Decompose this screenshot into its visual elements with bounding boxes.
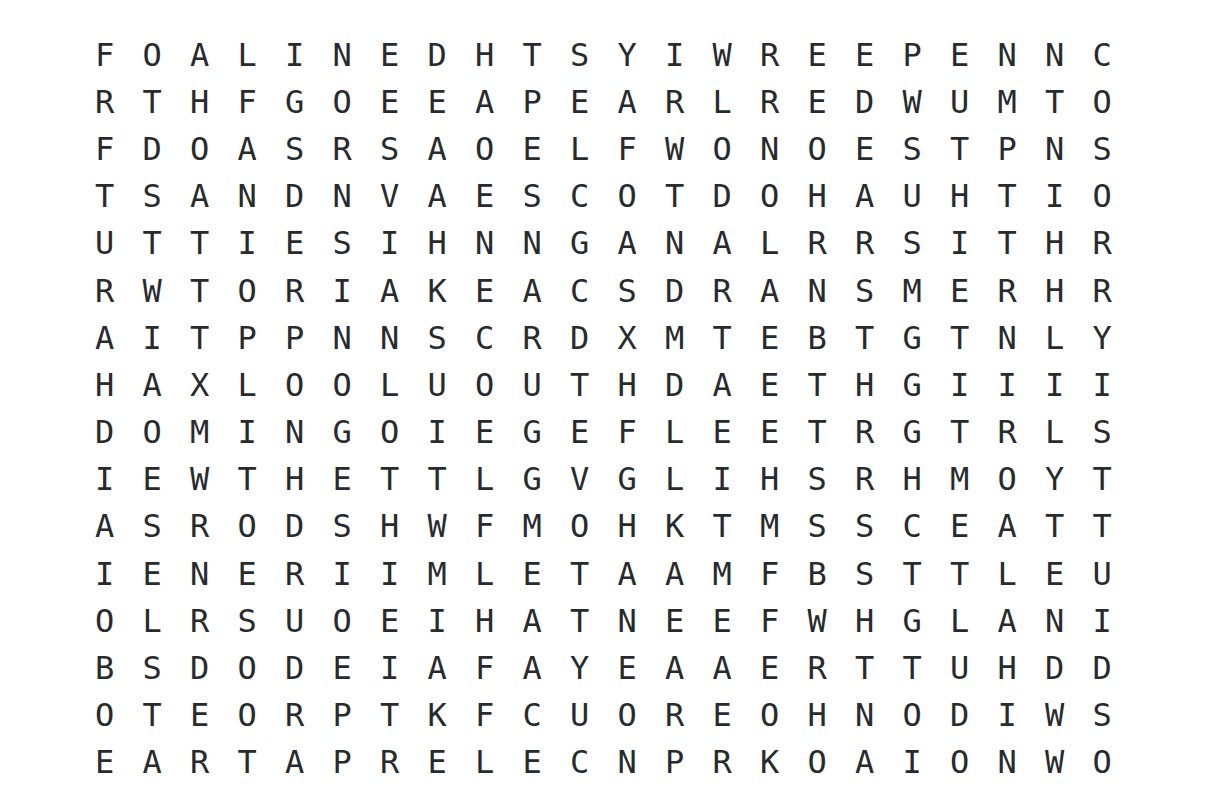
grid-cell[interactable]: N [319,314,367,361]
grid-cell[interactable]: S [129,644,177,691]
grid-cell[interactable]: I [699,456,747,503]
grid-cell[interactable]: R [746,31,794,78]
grid-cell[interactable]: N [794,267,842,314]
grid-cell[interactable]: R [1079,267,1127,314]
grid-cell[interactable]: S [129,173,177,220]
grid-cell[interactable]: O [319,361,367,408]
grid-cell[interactable]: B [794,314,842,361]
grid-cell[interactable]: S [1079,125,1127,172]
grid-cell[interactable]: I [1031,361,1079,408]
grid-cell[interactable]: R [271,692,319,739]
grid-cell[interactable]: T [699,503,747,550]
grid-cell[interactable]: E [746,314,794,361]
grid-cell[interactable]: T [841,314,889,361]
grid-cell[interactable]: W [1031,739,1079,786]
grid-cell[interactable]: E [319,644,367,691]
grid-cell[interactable]: P [319,739,367,786]
grid-cell[interactable]: E [936,31,984,78]
grid-cell[interactable]: G [319,409,367,456]
grid-cell[interactable]: N [1031,31,1079,78]
grid-cell[interactable]: U [936,644,984,691]
grid-cell[interactable]: H [746,456,794,503]
grid-cell[interactable]: S [841,267,889,314]
grid-cell[interactable]: H [794,692,842,739]
grid-cell[interactable]: M [746,503,794,550]
grid-cell[interactable]: H [889,456,937,503]
grid-cell[interactable]: G [556,220,604,267]
grid-cell[interactable]: L [461,456,509,503]
grid-cell[interactable]: P [651,739,699,786]
grid-cell[interactable]: E [81,739,129,786]
grid-cell[interactable]: A [841,173,889,220]
grid-cell[interactable]: A [224,125,272,172]
grid-cell[interactable]: N [176,550,224,597]
grid-cell[interactable]: C [556,267,604,314]
grid-cell[interactable]: O [1079,173,1127,220]
grid-cell[interactable]: R [841,456,889,503]
grid-cell[interactable]: A [176,173,224,220]
grid-cell[interactable]: O [604,692,652,739]
grid-cell[interactable]: I [984,361,1032,408]
grid-cell[interactable]: A [746,267,794,314]
grid-cell[interactable]: E [794,78,842,125]
grid-cell[interactable]: Y [1079,314,1127,361]
grid-cell[interactable]: R [81,267,129,314]
grid-cell[interactable]: E [366,31,414,78]
grid-cell[interactable]: E [1031,550,1079,597]
grid-cell[interactable]: D [651,361,699,408]
grid-cell[interactable]: O [224,692,272,739]
grid-cell[interactable]: A [81,503,129,550]
grid-cell[interactable]: O [699,125,747,172]
grid-cell[interactable]: M [936,456,984,503]
grid-cell[interactable]: T [1031,78,1079,125]
grid-cell[interactable]: F [461,644,509,691]
grid-cell[interactable]: T [889,644,937,691]
grid-cell[interactable]: A [604,550,652,597]
grid-cell[interactable]: U [271,597,319,644]
grid-cell[interactable]: L [1031,314,1079,361]
grid-cell[interactable]: A [414,125,462,172]
grid-cell[interactable]: E [414,78,462,125]
grid-cell[interactable]: R [699,267,747,314]
grid-cell[interactable]: A [129,739,177,786]
grid-cell[interactable]: F [81,31,129,78]
grid-cell[interactable]: E [936,503,984,550]
grid-cell[interactable]: T [794,361,842,408]
grid-cell[interactable]: R [366,739,414,786]
grid-cell[interactable]: M [176,409,224,456]
grid-cell[interactable]: F [81,125,129,172]
grid-cell[interactable]: R [841,220,889,267]
grid-cell[interactable]: S [509,173,557,220]
grid-cell[interactable]: S [129,503,177,550]
grid-cell[interactable]: V [366,173,414,220]
grid-cell[interactable]: O [461,361,509,408]
grid-cell[interactable]: O [794,125,842,172]
grid-cell[interactable]: D [176,644,224,691]
grid-cell[interactable]: A [984,503,1032,550]
grid-cell[interactable]: I [224,220,272,267]
grid-cell[interactable]: N [984,739,1032,786]
grid-cell[interactable]: O [224,267,272,314]
grid-cell[interactable]: P [889,31,937,78]
grid-cell[interactable]: S [841,550,889,597]
grid-cell[interactable]: O [81,692,129,739]
grid-cell[interactable]: W [176,456,224,503]
grid-cell[interactable]: I [366,220,414,267]
grid-cell[interactable]: E [509,739,557,786]
grid-cell[interactable]: T [1031,503,1079,550]
grid-cell[interactable]: T [414,456,462,503]
grid-cell[interactable]: N [1031,597,1079,644]
grid-cell[interactable]: O [984,456,1032,503]
grid-cell[interactable]: S [1079,409,1127,456]
grid-cell[interactable]: I [1079,597,1127,644]
grid-cell[interactable]: N [319,31,367,78]
grid-cell[interactable]: R [271,267,319,314]
grid-cell[interactable]: I [81,550,129,597]
grid-cell[interactable]: H [461,597,509,644]
grid-cell[interactable]: A [129,361,177,408]
grid-cell[interactable]: O [224,644,272,691]
grid-cell[interactable]: M [414,550,462,597]
grid-cell[interactable]: O [366,409,414,456]
grid-cell[interactable]: I [889,739,937,786]
grid-cell[interactable]: A [651,644,699,691]
grid-cell[interactable]: G [889,409,937,456]
grid-cell[interactable]: K [746,739,794,786]
grid-cell[interactable]: E [604,644,652,691]
grid-cell[interactable]: B [794,550,842,597]
grid-cell[interactable]: W [129,267,177,314]
grid-cell[interactable]: R [699,739,747,786]
grid-cell[interactable]: O [1079,78,1127,125]
grid-cell[interactable]: O [81,597,129,644]
grid-cell[interactable]: E [794,31,842,78]
grid-cell[interactable]: T [224,456,272,503]
grid-cell[interactable]: I [1079,361,1127,408]
grid-cell[interactable]: H [604,503,652,550]
grid-cell[interactable]: S [794,456,842,503]
grid-cell[interactable]: L [556,125,604,172]
grid-cell[interactable]: R [794,220,842,267]
grid-cell[interactable]: O [461,125,509,172]
grid-cell[interactable]: A [699,361,747,408]
grid-cell[interactable]: L [651,456,699,503]
grid-cell[interactable]: A [176,31,224,78]
grid-cell[interactable]: M [509,503,557,550]
grid-cell[interactable]: T [129,78,177,125]
grid-cell[interactable]: I [936,361,984,408]
grid-cell[interactable]: G [604,456,652,503]
grid-cell[interactable]: E [699,409,747,456]
grid-cell[interactable]: L [224,361,272,408]
grid-cell[interactable]: C [889,503,937,550]
grid-cell[interactable]: C [556,739,604,786]
grid-cell[interactable]: O [794,739,842,786]
grid-cell[interactable]: U [556,692,604,739]
grid-cell[interactable]: R [176,597,224,644]
grid-cell[interactable]: T [651,173,699,220]
grid-cell[interactable]: R [794,644,842,691]
grid-cell[interactable]: L [366,361,414,408]
grid-cell[interactable]: E [509,125,557,172]
grid-cell[interactable]: N [271,409,319,456]
grid-cell[interactable]: E [319,456,367,503]
grid-cell[interactable]: V [556,456,604,503]
grid-cell[interactable]: G [509,456,557,503]
grid-cell[interactable]: G [271,78,319,125]
grid-cell[interactable]: P [224,314,272,361]
grid-cell[interactable]: E [746,361,794,408]
grid-cell[interactable]: R [81,78,129,125]
grid-cell[interactable]: E [271,220,319,267]
grid-cell[interactable]: R [176,503,224,550]
grid-cell[interactable]: N [746,125,794,172]
grid-cell[interactable]: M [984,78,1032,125]
grid-cell[interactable]: E [841,31,889,78]
grid-cell[interactable]: H [1031,267,1079,314]
grid-cell[interactable]: R [319,125,367,172]
grid-cell[interactable]: D [556,314,604,361]
grid-cell[interactable]: T [794,409,842,456]
grid-cell[interactable]: U [936,78,984,125]
grid-cell[interactable]: E [176,692,224,739]
grid-cell[interactable]: R [651,692,699,739]
grid-cell[interactable]: I [271,31,319,78]
grid-cell[interactable]: I [224,409,272,456]
grid-cell[interactable]: O [271,361,319,408]
grid-cell[interactable]: E [366,597,414,644]
grid-cell[interactable]: S [271,125,319,172]
grid-cell[interactable]: O [319,78,367,125]
grid-cell[interactable]: E [699,692,747,739]
grid-cell[interactable]: E [746,644,794,691]
grid-cell[interactable]: A [414,644,462,691]
grid-cell[interactable]: T [936,125,984,172]
grid-cell[interactable]: A [271,739,319,786]
grid-cell[interactable]: S [841,503,889,550]
grid-cell[interactable]: O [129,409,177,456]
grid-cell[interactable]: N [984,31,1032,78]
grid-cell[interactable]: D [699,173,747,220]
grid-cell[interactable]: L [1031,409,1079,456]
grid-cell[interactable]: M [699,550,747,597]
grid-cell[interactable]: L [129,597,177,644]
grid-cell[interactable]: T [1079,503,1127,550]
grid-cell[interactable]: O [556,503,604,550]
grid-cell[interactable]: H [1031,220,1079,267]
grid-cell[interactable]: W [699,31,747,78]
grid-cell[interactable]: F [604,125,652,172]
grid-cell[interactable]: H [604,361,652,408]
grid-cell[interactable]: F [604,409,652,456]
grid-cell[interactable]: A [651,550,699,597]
grid-cell[interactable]: O [889,692,937,739]
grid-cell[interactable]: T [841,644,889,691]
grid-cell[interactable]: N [224,173,272,220]
grid-cell[interactable]: R [271,550,319,597]
grid-cell[interactable]: L [984,550,1032,597]
grid-cell[interactable]: T [129,692,177,739]
grid-cell[interactable]: T [556,550,604,597]
grid-cell[interactable]: T [366,456,414,503]
grid-cell[interactable]: U [509,361,557,408]
grid-cell[interactable]: A [509,597,557,644]
grid-cell[interactable]: A [81,314,129,361]
grid-cell[interactable]: B [81,644,129,691]
grid-cell[interactable]: T [176,314,224,361]
grid-cell[interactable]: K [414,267,462,314]
grid-cell[interactable]: T [366,692,414,739]
grid-cell[interactable]: G [509,409,557,456]
grid-cell[interactable]: W [1031,692,1079,739]
grid-cell[interactable]: F [746,550,794,597]
grid-cell[interactable]: N [984,314,1032,361]
grid-cell[interactable]: I [366,644,414,691]
grid-cell[interactable]: I [651,31,699,78]
grid-cell[interactable]: A [699,644,747,691]
grid-cell[interactable]: O [604,173,652,220]
grid-cell[interactable]: K [414,692,462,739]
grid-cell[interactable]: E [556,78,604,125]
grid-cell[interactable]: D [651,267,699,314]
grid-cell[interactable]: A [461,78,509,125]
grid-cell[interactable]: T [936,314,984,361]
grid-cell[interactable]: N [366,314,414,361]
grid-cell[interactable]: A [414,173,462,220]
grid-cell[interactable]: T [81,173,129,220]
grid-cell[interactable]: R [1079,220,1127,267]
grid-cell[interactable]: T [699,314,747,361]
grid-cell[interactable]: R [841,409,889,456]
grid-cell[interactable]: R [746,78,794,125]
grid-cell[interactable]: I [81,456,129,503]
grid-cell[interactable]: L [936,597,984,644]
grid-cell[interactable]: C [509,692,557,739]
grid-cell[interactable]: N [1031,125,1079,172]
grid-cell[interactable]: L [699,78,747,125]
grid-cell[interactable]: X [176,361,224,408]
grid-cell[interactable]: E [509,550,557,597]
grid-cell[interactable]: P [319,692,367,739]
grid-cell[interactable]: H [414,220,462,267]
grid-cell[interactable]: H [841,361,889,408]
grid-cell[interactable]: I [936,220,984,267]
grid-cell[interactable]: E [746,409,794,456]
grid-cell[interactable]: H [81,361,129,408]
grid-cell[interactable]: W [651,125,699,172]
grid-cell[interactable]: U [414,361,462,408]
grid-cell[interactable]: A [604,220,652,267]
grid-cell[interactable]: N [461,220,509,267]
grid-cell[interactable]: H [984,644,1032,691]
grid-cell[interactable]: A [699,220,747,267]
grid-cell[interactable]: N [841,692,889,739]
grid-cell[interactable]: U [1079,550,1127,597]
grid-cell[interactable]: L [224,31,272,78]
grid-cell[interactable]: R [176,739,224,786]
grid-cell[interactable]: G [889,314,937,361]
grid-cell[interactable]: T [984,173,1032,220]
grid-cell[interactable]: R [651,78,699,125]
grid-cell[interactable]: D [414,31,462,78]
grid-cell[interactable]: I [984,692,1032,739]
grid-cell[interactable]: O [319,597,367,644]
grid-cell[interactable]: Y [604,31,652,78]
grid-cell[interactable]: S [224,597,272,644]
grid-cell[interactable]: O [746,173,794,220]
grid-cell[interactable]: T [224,739,272,786]
grid-cell[interactable]: E [699,597,747,644]
grid-cell[interactable]: G [889,361,937,408]
grid-cell[interactable]: E [936,267,984,314]
grid-cell[interactable]: N [604,739,652,786]
grid-cell[interactable]: E [461,173,509,220]
grid-cell[interactable]: T [556,361,604,408]
grid-cell[interactable]: O [129,31,177,78]
grid-cell[interactable]: S [556,31,604,78]
grid-cell[interactable]: A [604,78,652,125]
grid-cell[interactable]: C [1079,31,1127,78]
grid-cell[interactable]: Y [1031,456,1079,503]
grid-cell[interactable]: I [129,314,177,361]
grid-cell[interactable]: T [936,409,984,456]
grid-cell[interactable]: F [461,503,509,550]
grid-cell[interactable]: H [936,173,984,220]
grid-cell[interactable]: I [414,597,462,644]
grid-cell[interactable]: Y [556,644,604,691]
grid-cell[interactable]: R [509,314,557,361]
grid-cell[interactable]: D [271,503,319,550]
grid-cell[interactable]: T [509,31,557,78]
grid-cell[interactable]: F [224,78,272,125]
grid-cell[interactable]: E [366,78,414,125]
grid-cell[interactable]: T [936,550,984,597]
grid-cell[interactable]: D [81,409,129,456]
grid-cell[interactable]: M [889,267,937,314]
grid-cell[interactable]: S [366,125,414,172]
grid-cell[interactable]: L [651,409,699,456]
grid-cell[interactable]: H [841,597,889,644]
grid-cell[interactable]: K [651,503,699,550]
grid-cell[interactable]: P [271,314,319,361]
grid-cell[interactable]: E [129,550,177,597]
grid-cell[interactable]: T [176,267,224,314]
grid-cell[interactable]: H [366,503,414,550]
grid-cell[interactable]: R [984,409,1032,456]
grid-cell[interactable]: F [461,692,509,739]
grid-cell[interactable]: S [319,220,367,267]
grid-cell[interactable]: W [414,503,462,550]
grid-cell[interactable]: S [889,220,937,267]
grid-cell[interactable]: N [651,220,699,267]
grid-cell[interactable]: U [81,220,129,267]
grid-cell[interactable]: E [414,739,462,786]
grid-cell[interactable]: I [319,550,367,597]
grid-cell[interactable]: H [794,173,842,220]
grid-cell[interactable]: F [746,597,794,644]
grid-cell[interactable]: W [794,597,842,644]
grid-cell[interactable]: D [1079,644,1127,691]
grid-cell[interactable]: E [556,409,604,456]
grid-cell[interactable]: S [414,314,462,361]
grid-cell[interactable]: O [224,503,272,550]
grid-cell[interactable]: D [936,692,984,739]
grid-cell[interactable]: A [841,739,889,786]
grid-cell[interactable]: D [271,173,319,220]
